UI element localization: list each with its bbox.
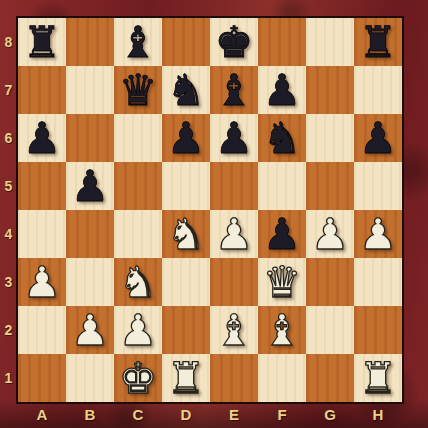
square-a1[interactable] — [18, 354, 66, 402]
piece-white-pawn[interactable]: ♟ — [119, 309, 158, 352]
square-g6[interactable] — [306, 114, 354, 162]
rank-label-1: 1 — [0, 354, 17, 402]
piece-white-bishop[interactable]: ♝ — [215, 309, 254, 352]
square-c6[interactable] — [114, 114, 162, 162]
piece-white-rook[interactable]: ♜ — [167, 357, 206, 400]
square-a2[interactable] — [18, 306, 66, 354]
square-b3[interactable] — [66, 258, 114, 306]
piece-black-pawn[interactable]: ♟ — [167, 117, 206, 160]
square-a5[interactable] — [18, 162, 66, 210]
file-label-b: B — [66, 403, 114, 426]
square-e7[interactable]: ♝ — [210, 66, 258, 114]
square-a3[interactable]: ♟ — [18, 258, 66, 306]
square-h2[interactable] — [354, 306, 402, 354]
rank-label-4: 4 — [0, 210, 17, 258]
square-e1[interactable] — [210, 354, 258, 402]
file-label-h: H — [354, 403, 402, 426]
square-g1[interactable] — [306, 354, 354, 402]
square-c4[interactable] — [114, 210, 162, 258]
square-f5[interactable] — [258, 162, 306, 210]
piece-white-pawn[interactable]: ♟ — [23, 261, 62, 304]
piece-white-pawn[interactable]: ♟ — [359, 213, 398, 256]
square-e2[interactable]: ♝ — [210, 306, 258, 354]
piece-black-knight[interactable]: ♞ — [263, 117, 302, 160]
piece-white-pawn[interactable]: ♟ — [71, 309, 110, 352]
square-a6[interactable]: ♟ — [18, 114, 66, 162]
square-h6[interactable]: ♟ — [354, 114, 402, 162]
file-label-g: G — [306, 403, 354, 426]
rank-label-7: 7 — [0, 66, 17, 114]
square-c7[interactable]: ♛ — [114, 66, 162, 114]
piece-white-king[interactable]: ♚ — [119, 357, 158, 400]
square-b8[interactable] — [66, 18, 114, 66]
square-g2[interactable] — [306, 306, 354, 354]
file-label-d: D — [162, 403, 210, 426]
chess-board: ♜♝♚♜♛♞♝♟♟♟♟♞♟♟♞♟♟♟♟♟♞♛♟♟♝♝♚♜♜ — [18, 18, 402, 402]
square-h3[interactable] — [354, 258, 402, 306]
square-b4[interactable] — [66, 210, 114, 258]
square-c3[interactable]: ♞ — [114, 258, 162, 306]
square-e8[interactable]: ♚ — [210, 18, 258, 66]
square-g5[interactable] — [306, 162, 354, 210]
piece-white-bishop[interactable]: ♝ — [263, 309, 302, 352]
square-c1[interactable]: ♚ — [114, 354, 162, 402]
square-h8[interactable]: ♜ — [354, 18, 402, 66]
square-c2[interactable]: ♟ — [114, 306, 162, 354]
square-g8[interactable] — [306, 18, 354, 66]
file-label-e: E — [210, 403, 258, 426]
piece-black-pawn[interactable]: ♟ — [71, 165, 110, 208]
square-g3[interactable] — [306, 258, 354, 306]
piece-black-pawn[interactable]: ♟ — [263, 213, 302, 256]
piece-black-rook[interactable]: ♜ — [23, 21, 62, 64]
square-b1[interactable] — [66, 354, 114, 402]
square-h4[interactable]: ♟ — [354, 210, 402, 258]
square-f1[interactable] — [258, 354, 306, 402]
rank-label-3: 3 — [0, 258, 17, 306]
square-h5[interactable] — [354, 162, 402, 210]
piece-white-knight[interactable]: ♞ — [119, 261, 158, 304]
square-c8[interactable]: ♝ — [114, 18, 162, 66]
rank-label-2: 2 — [0, 306, 17, 354]
square-e5[interactable] — [210, 162, 258, 210]
piece-black-king[interactable]: ♚ — [215, 21, 254, 64]
square-h7[interactable] — [354, 66, 402, 114]
piece-black-queen[interactable]: ♛ — [119, 69, 158, 112]
file-label-a: A — [18, 403, 66, 426]
square-d6[interactable]: ♟ — [162, 114, 210, 162]
square-b7[interactable] — [66, 66, 114, 114]
piece-white-pawn[interactable]: ♟ — [215, 213, 254, 256]
rank-label-8: 8 — [0, 18, 17, 66]
rank-label-6: 6 — [0, 114, 17, 162]
piece-black-pawn[interactable]: ♟ — [359, 117, 398, 160]
piece-white-queen[interactable]: ♛ — [263, 261, 302, 304]
square-f8[interactable] — [258, 18, 306, 66]
square-d7[interactable]: ♞ — [162, 66, 210, 114]
square-b6[interactable] — [66, 114, 114, 162]
square-d3[interactable] — [162, 258, 210, 306]
square-d2[interactable] — [162, 306, 210, 354]
square-d8[interactable] — [162, 18, 210, 66]
piece-black-bishop[interactable]: ♝ — [215, 69, 254, 112]
square-g4[interactable]: ♟ — [306, 210, 354, 258]
file-label-c: C — [114, 403, 162, 426]
square-b5[interactable]: ♟ — [66, 162, 114, 210]
square-f3[interactable]: ♛ — [258, 258, 306, 306]
piece-black-rook[interactable]: ♜ — [359, 21, 398, 64]
piece-black-knight[interactable]: ♞ — [167, 69, 206, 112]
piece-white-knight[interactable]: ♞ — [167, 213, 206, 256]
square-f4[interactable]: ♟ — [258, 210, 306, 258]
square-f2[interactable]: ♝ — [258, 306, 306, 354]
piece-black-pawn[interactable]: ♟ — [215, 117, 254, 160]
file-label-f: F — [258, 403, 306, 426]
square-d5[interactable] — [162, 162, 210, 210]
piece-white-pawn[interactable]: ♟ — [311, 213, 350, 256]
square-a7[interactable] — [18, 66, 66, 114]
piece-black-pawn[interactable]: ♟ — [23, 117, 62, 160]
square-f7[interactable]: ♟ — [258, 66, 306, 114]
square-g7[interactable] — [306, 66, 354, 114]
square-d1[interactable]: ♜ — [162, 354, 210, 402]
square-h1[interactable]: ♜ — [354, 354, 402, 402]
square-f6[interactable]: ♞ — [258, 114, 306, 162]
square-a8[interactable]: ♜ — [18, 18, 66, 66]
square-c5[interactable] — [114, 162, 162, 210]
piece-black-pawn[interactable]: ♟ — [263, 69, 302, 112]
square-a4[interactable] — [18, 210, 66, 258]
square-e6[interactable]: ♟ — [210, 114, 258, 162]
rank-label-5: 5 — [0, 162, 17, 210]
chess-board-frame: ♜♝♚♜♛♞♝♟♟♟♟♞♟♟♞♟♟♟♟♟♞♛♟♟♝♝♚♜♜ 87654321 A… — [0, 0, 428, 428]
square-b2[interactable]: ♟ — [66, 306, 114, 354]
square-d4[interactable]: ♞ — [162, 210, 210, 258]
piece-black-bishop[interactable]: ♝ — [119, 21, 158, 64]
square-e3[interactable] — [210, 258, 258, 306]
square-e4[interactable]: ♟ — [210, 210, 258, 258]
piece-white-rook[interactable]: ♜ — [359, 357, 398, 400]
